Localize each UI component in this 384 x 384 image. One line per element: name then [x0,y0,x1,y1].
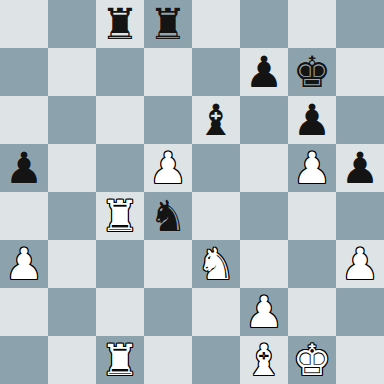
square-e7[interactable] [192,48,240,96]
square-b2[interactable] [48,288,96,336]
square-f1[interactable]: ♝ [240,336,288,384]
black-rook[interactable]: ♜ [149,3,188,46]
square-h5[interactable]: ♟ [336,144,384,192]
square-e3[interactable]: ♞ [192,240,240,288]
square-f5[interactable] [240,144,288,192]
square-a8[interactable] [0,0,48,48]
square-g4[interactable] [288,192,336,240]
square-h2[interactable] [336,288,384,336]
square-b1[interactable] [48,336,96,384]
black-pawn[interactable]: ♟ [341,147,380,190]
square-h4[interactable] [336,192,384,240]
square-f4[interactable] [240,192,288,240]
white-knight[interactable]: ♞ [197,243,236,286]
square-e4[interactable] [192,192,240,240]
square-d5[interactable]: ♟ [144,144,192,192]
square-b7[interactable] [48,48,96,96]
square-h8[interactable] [336,0,384,48]
square-f6[interactable] [240,96,288,144]
white-king[interactable]: ♚ [293,339,332,382]
white-pawn[interactable]: ♟ [5,243,44,286]
square-a7[interactable] [0,48,48,96]
white-pawn[interactable]: ♟ [245,291,284,334]
square-e5[interactable] [192,144,240,192]
black-pawn[interactable]: ♟ [293,99,332,142]
black-knight[interactable]: ♞ [149,195,188,238]
square-b6[interactable] [48,96,96,144]
black-pawn[interactable]: ♟ [245,51,284,94]
black-rook[interactable]: ♜ [101,3,140,46]
square-e1[interactable] [192,336,240,384]
white-pawn[interactable]: ♟ [341,243,380,286]
black-pawn[interactable]: ♟ [5,147,44,190]
square-a3[interactable]: ♟ [0,240,48,288]
square-c6[interactable] [96,96,144,144]
white-bishop[interactable]: ♝ [245,339,284,382]
square-f8[interactable] [240,0,288,48]
square-f2[interactable]: ♟ [240,288,288,336]
square-g7[interactable]: ♚ [288,48,336,96]
square-d8[interactable]: ♜ [144,0,192,48]
square-c5[interactable] [96,144,144,192]
square-g3[interactable] [288,240,336,288]
square-h3[interactable]: ♟ [336,240,384,288]
square-e2[interactable] [192,288,240,336]
square-g8[interactable] [288,0,336,48]
square-d3[interactable] [144,240,192,288]
square-a4[interactable] [0,192,48,240]
black-bishop[interactable]: ♝ [197,99,236,142]
square-e6[interactable]: ♝ [192,96,240,144]
square-a5[interactable]: ♟ [0,144,48,192]
square-c4[interactable]: ♜ [96,192,144,240]
square-h6[interactable] [336,96,384,144]
square-c2[interactable] [96,288,144,336]
square-a6[interactable] [0,96,48,144]
square-f3[interactable] [240,240,288,288]
square-c7[interactable] [96,48,144,96]
square-g2[interactable] [288,288,336,336]
square-c8[interactable]: ♜ [96,0,144,48]
square-g1[interactable]: ♚ [288,336,336,384]
square-e8[interactable] [192,0,240,48]
square-b8[interactable] [48,0,96,48]
square-f7[interactable]: ♟ [240,48,288,96]
white-pawn[interactable]: ♟ [293,147,332,190]
square-d4[interactable]: ♞ [144,192,192,240]
square-h7[interactable] [336,48,384,96]
square-g5[interactable]: ♟ [288,144,336,192]
white-pawn[interactable]: ♟ [149,147,188,190]
white-rook[interactable]: ♜ [101,339,140,382]
square-a1[interactable] [0,336,48,384]
square-a2[interactable] [0,288,48,336]
square-b4[interactable] [48,192,96,240]
square-d1[interactable] [144,336,192,384]
white-rook[interactable]: ♜ [101,195,140,238]
square-c3[interactable] [96,240,144,288]
square-b5[interactable] [48,144,96,192]
square-d6[interactable] [144,96,192,144]
black-king[interactable]: ♚ [293,51,332,94]
square-d2[interactable] [144,288,192,336]
square-c1[interactable]: ♜ [96,336,144,384]
square-g6[interactable]: ♟ [288,96,336,144]
chess-board: ♜♜♟♚♝♟♟♟♟♟♜♞♟♞♟♟♜♝♚ [0,0,384,384]
square-h1[interactable] [336,336,384,384]
square-d7[interactable] [144,48,192,96]
square-b3[interactable] [48,240,96,288]
